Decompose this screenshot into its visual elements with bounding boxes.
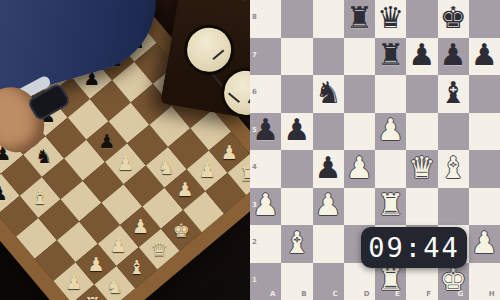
square-d4[interactable]: ♟ — [344, 150, 375, 188]
square-a2[interactable] — [250, 225, 281, 263]
piece-white-pawn: ♟ — [117, 154, 134, 173]
piece-white-pawn: ♟ — [110, 236, 127, 255]
piece-white-pawn: ♟ — [65, 273, 82, 292]
square-b7[interactable] — [281, 38, 312, 76]
square-g7[interactable]: ♟ — [438, 38, 469, 76]
square-f7[interactable]: ♟ — [406, 38, 437, 76]
analog-chess-clock — [160, 0, 250, 119]
square-h6[interactable] — [469, 75, 500, 113]
square-a6[interactable] — [250, 75, 281, 113]
square-h5[interactable] — [469, 113, 500, 151]
square-b5[interactable]: ♟ — [281, 113, 312, 151]
square-b8[interactable] — [281, 0, 312, 38]
digital-board-panel: ♜♛♚♜♟♟♟♞♝♟♟♟♟♟♛♝♟♟♜♝♟♟♜♚87654321ABCDEFGH… — [250, 0, 500, 300]
square-b4[interactable] — [281, 150, 312, 188]
square-h2[interactable]: ♟ — [469, 225, 500, 263]
square-c7[interactable] — [313, 38, 344, 76]
piece-white-pawn: ♟ — [88, 255, 105, 274]
clock-overlay: 09:44 — [361, 227, 467, 268]
piece-white-bishop[interactable]: ♝ — [283, 228, 310, 258]
square-h8[interactable] — [469, 0, 500, 38]
square-d3[interactable] — [344, 188, 375, 226]
square-a3[interactable]: ♟ — [250, 188, 281, 226]
piece-black-knight: ♞ — [35, 147, 52, 166]
piece-black-knight[interactable]: ♞ — [315, 78, 342, 108]
piece-white-rook[interactable]: ♜ — [377, 190, 404, 220]
piece-black-rook[interactable]: ♜ — [346, 3, 373, 33]
piece-white-rook[interactable]: ♜ — [377, 265, 404, 295]
piece-white-bishop[interactable]: ♝ — [440, 153, 467, 183]
piece-white-pawn[interactable]: ♟ — [377, 115, 404, 145]
square-f1[interactable] — [406, 263, 437, 300]
piece-white-pawn: ♟ — [199, 161, 216, 180]
square-d1[interactable] — [344, 263, 375, 300]
square-b3[interactable] — [281, 188, 312, 226]
square-c2[interactable] — [313, 225, 344, 263]
square-c5[interactable] — [313, 113, 344, 151]
square-f8[interactable] — [406, 0, 437, 38]
piece-black-pawn[interactable]: ♟ — [440, 40, 467, 70]
piece-white-pawn[interactable]: ♟ — [346, 153, 373, 183]
square-d7[interactable] — [344, 38, 375, 76]
piece-black-queen[interactable]: ♛ — [377, 3, 404, 33]
square-g3[interactable] — [438, 188, 469, 226]
piece-black-pawn[interactable]: ♟ — [471, 40, 498, 70]
square-e3[interactable]: ♜ — [375, 188, 406, 226]
square-a7[interactable] — [250, 38, 281, 76]
piece-white-queen: ♛ — [151, 240, 168, 259]
piece-white-pawn: ♟ — [176, 180, 193, 199]
piece-black-pawn: ♟ — [0, 184, 8, 203]
square-a5[interactable]: ♟ — [250, 113, 281, 151]
piece-white-bishop: ♝ — [128, 258, 145, 277]
piece-white-pawn[interactable]: ♟ — [252, 190, 279, 220]
piece-white-pawn: ♟ — [221, 143, 238, 162]
square-h4[interactable] — [469, 150, 500, 188]
square-h7[interactable]: ♟ — [469, 38, 500, 76]
square-e1[interactable]: ♜ — [375, 263, 406, 300]
piece-black-king[interactable]: ♚ — [440, 3, 467, 33]
square-a4[interactable] — [250, 150, 281, 188]
square-g8[interactable]: ♚ — [438, 0, 469, 38]
square-c8[interactable] — [313, 0, 344, 38]
square-e5[interactable]: ♟ — [375, 113, 406, 151]
square-b6[interactable] — [281, 75, 312, 113]
square-c6[interactable]: ♞ — [313, 75, 344, 113]
piece-black-rook[interactable]: ♜ — [377, 40, 404, 70]
square-a8[interactable] — [250, 0, 281, 38]
square-g5[interactable] — [438, 113, 469, 151]
piece-black-bishop[interactable]: ♝ — [440, 78, 467, 108]
piece-black-pawn: ♟ — [98, 132, 115, 151]
square-a1[interactable] — [250, 263, 281, 300]
square-f5[interactable] — [406, 113, 437, 151]
square-b2[interactable]: ♝ — [281, 225, 312, 263]
screenshot-root: ♜♝♛♚♝♞♜♟♟♟♟♟♟♟♞♝♟♟♞♟♟♟♟♟♟♟♜♞♝♛♚♜ ♜♛♚♜♟♟♟… — [0, 0, 500, 300]
piece-white-pawn[interactable]: ♟ — [471, 228, 498, 258]
square-c3[interactable]: ♟ — [313, 188, 344, 226]
square-h3[interactable] — [469, 188, 500, 226]
piece-white-pawn: ♟ — [132, 217, 149, 236]
square-c1[interactable] — [313, 263, 344, 300]
clock-dial-left — [180, 21, 238, 79]
square-d8[interactable]: ♜ — [344, 0, 375, 38]
piece-white-knight: ♞ — [106, 277, 123, 296]
square-c4[interactable]: ♟ — [313, 150, 344, 188]
piece-white-knight: ♞ — [158, 158, 175, 177]
clock-dial-right — [217, 64, 250, 122]
clock-time: 09:44 — [368, 232, 459, 263]
piece-black-pawn[interactable]: ♟ — [315, 153, 342, 183]
piece-black-pawn[interactable]: ♟ — [408, 40, 435, 70]
piece-white-pawn[interactable]: ♟ — [315, 190, 342, 220]
hour-hand-icon — [228, 93, 240, 104]
square-f6[interactable] — [406, 75, 437, 113]
square-f4[interactable]: ♛ — [406, 150, 437, 188]
piece-white-rook: ♜ — [239, 165, 250, 184]
piece-black-pawn[interactable]: ♟ — [252, 115, 279, 145]
square-d5[interactable] — [344, 113, 375, 151]
piece-white-bishop: ♝ — [32, 188, 49, 207]
piece-white-king: ♚ — [173, 221, 190, 240]
square-h1[interactable] — [469, 263, 500, 300]
square-d6[interactable] — [344, 75, 375, 113]
hour-hand-icon — [212, 49, 224, 60]
piece-black-pawn[interactable]: ♟ — [283, 115, 310, 145]
square-e4[interactable] — [375, 150, 406, 188]
square-g6[interactable]: ♝ — [438, 75, 469, 113]
square-b1[interactable] — [281, 263, 312, 300]
square-e6[interactable] — [375, 75, 406, 113]
piece-white-queen[interactable]: ♛ — [408, 153, 435, 183]
square-f3[interactable] — [406, 188, 437, 226]
piece-white-king[interactable]: ♚ — [440, 265, 467, 295]
square-e7[interactable]: ♜ — [375, 38, 406, 76]
clock-winding-key-icon — [238, 0, 249, 2]
square-e8[interactable]: ♛ — [375, 0, 406, 38]
piece-white-rook: ♜ — [84, 296, 101, 300]
photo-panel: ♜♝♛♚♝♞♜♟♟♟♟♟♟♟♞♝♟♟♞♟♟♟♟♟♟♟♜♞♝♛♚♜ — [0, 0, 250, 300]
square-g4[interactable]: ♝ — [438, 150, 469, 188]
square-g1[interactable]: ♚ — [438, 263, 469, 300]
